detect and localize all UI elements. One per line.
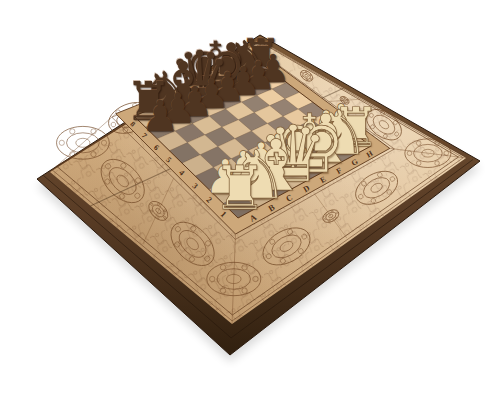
carved-chess-board: 12345678ABCDEFGH	[0, 0, 500, 400]
chess-set-photo: 12345678ABCDEFGH ♜♞♝♛♚♝♞♜♟♟♟♟♟♟♟♟♟♟♟♟♟♟♟…	[0, 0, 500, 400]
